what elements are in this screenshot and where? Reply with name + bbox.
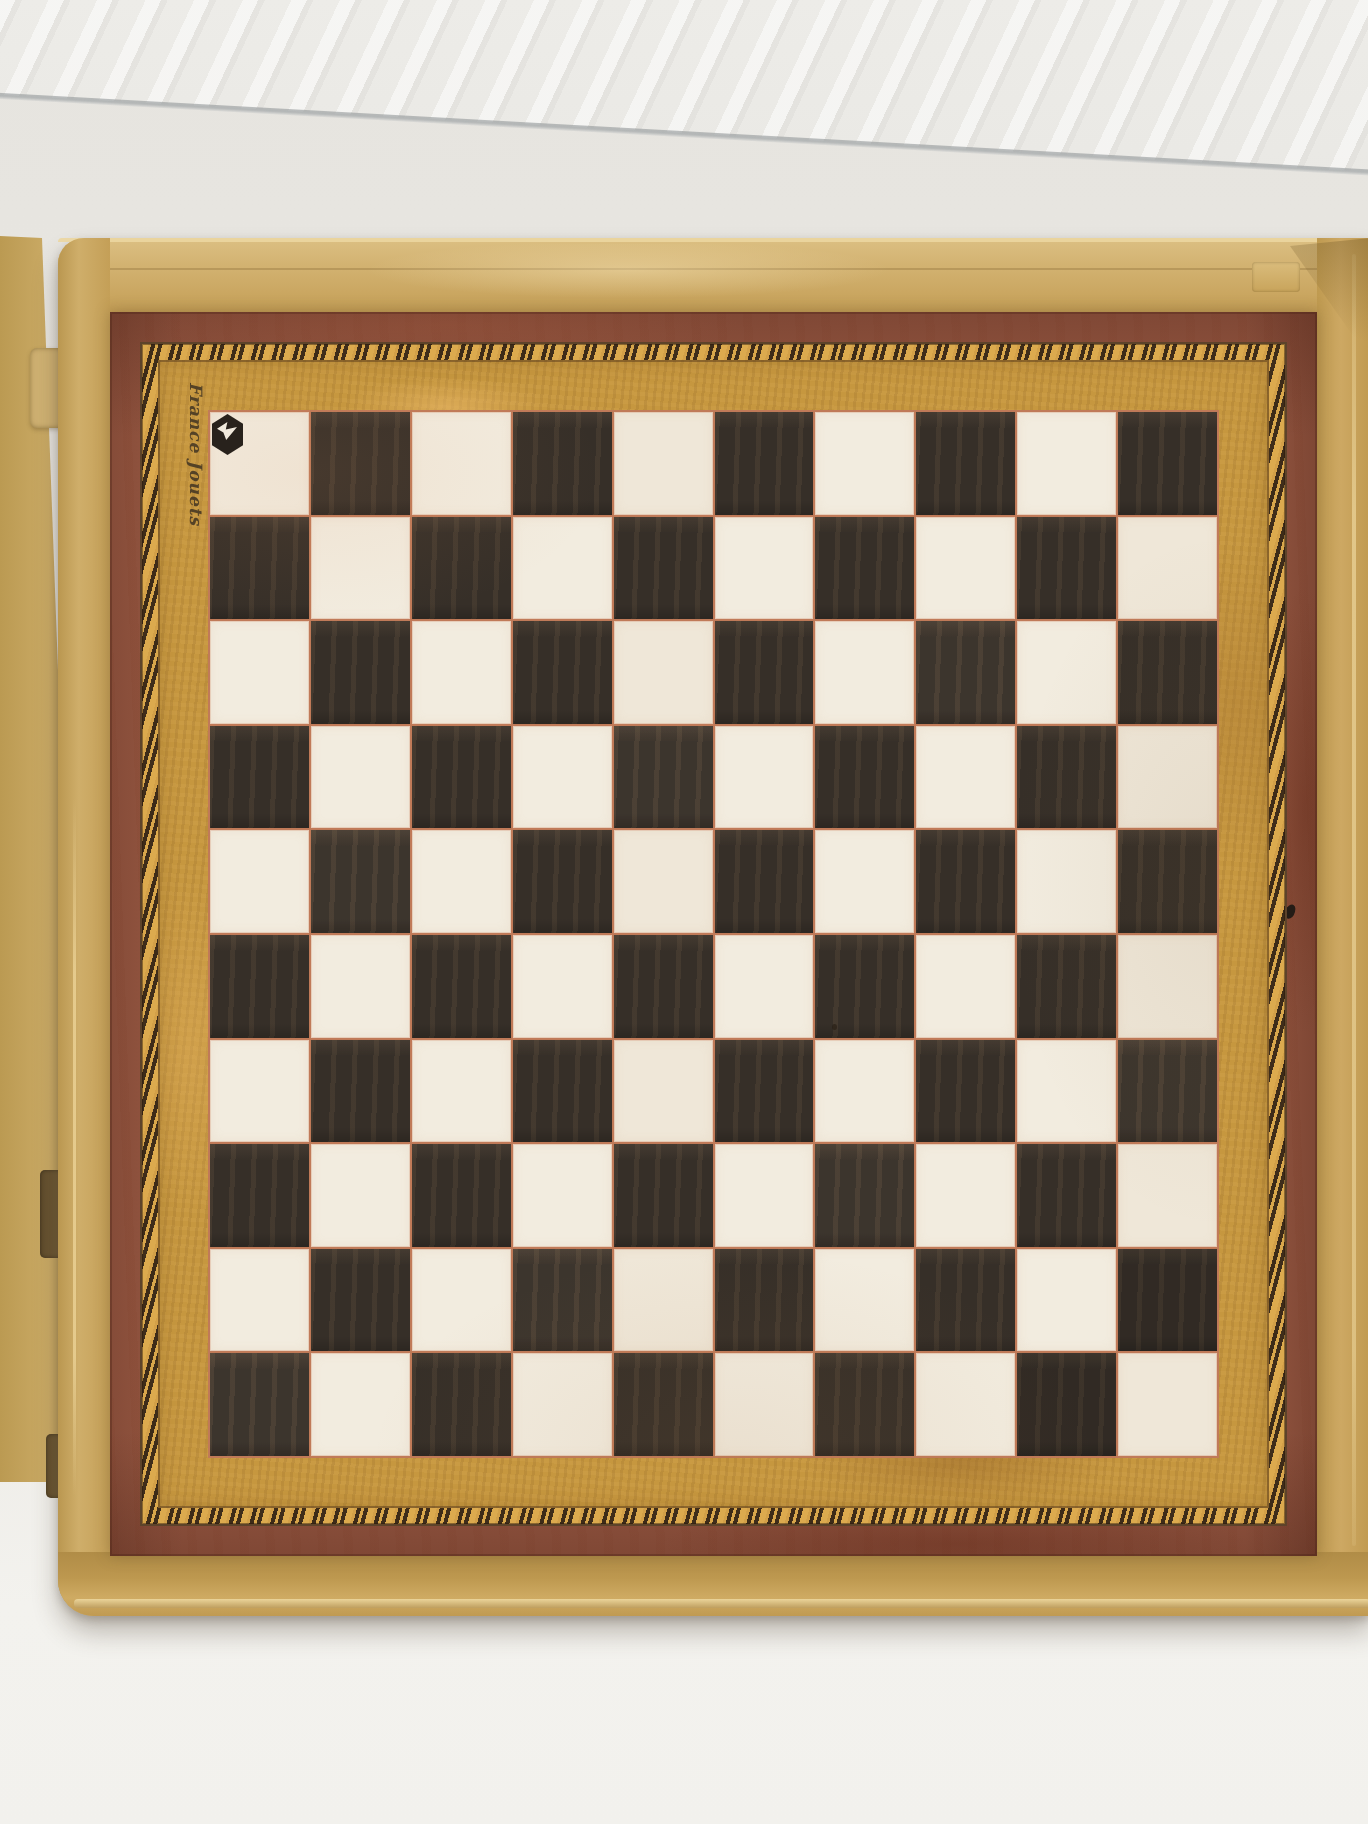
square-r7c1[interactable]	[210, 1040, 309, 1143]
square-r1c7[interactable]	[815, 412, 914, 515]
square-r3c3[interactable]	[412, 621, 511, 724]
square-r2c8[interactable]	[916, 517, 1015, 620]
square-r2c6[interactable]	[715, 517, 814, 620]
square-r10c9[interactable]	[1017, 1353, 1116, 1456]
square-r3c2[interactable]	[311, 621, 410, 724]
square-r3c7[interactable]	[815, 621, 914, 724]
square-r9c7[interactable]	[815, 1249, 914, 1352]
square-r5c9[interactable]	[1017, 830, 1116, 933]
square-r8c5[interactable]	[614, 1144, 713, 1247]
square-r4c5[interactable]	[614, 726, 713, 829]
square-r10c2[interactable]	[311, 1353, 410, 1456]
square-r1c2[interactable]	[311, 412, 410, 515]
square-r4c9[interactable]	[1017, 726, 1116, 829]
square-r7c9[interactable]	[1017, 1040, 1116, 1143]
square-r6c1[interactable]	[210, 935, 309, 1038]
square-r9c10[interactable]	[1118, 1249, 1217, 1352]
square-r5c2[interactable]	[311, 830, 410, 933]
board-grid	[208, 410, 1219, 1458]
square-r3c9[interactable]	[1017, 621, 1116, 724]
square-r9c2[interactable]	[311, 1249, 410, 1352]
square-r5c1[interactable]	[210, 830, 309, 933]
square-r3c8[interactable]	[916, 621, 1015, 724]
square-r7c3[interactable]	[412, 1040, 511, 1143]
case-right-ridge	[1352, 254, 1356, 1546]
square-r7c8[interactable]	[916, 1040, 1015, 1143]
square-r8c10[interactable]	[1118, 1144, 1217, 1247]
square-r6c2[interactable]	[311, 935, 410, 1038]
square-r7c6[interactable]	[715, 1040, 814, 1143]
case-top-edge-highlight	[58, 238, 1368, 242]
case-top-sheen	[278, 244, 978, 308]
square-r5c4[interactable]	[513, 830, 612, 933]
square-r5c10[interactable]	[1118, 830, 1217, 933]
square-r2c4[interactable]	[513, 517, 612, 620]
square-r1c10[interactable]	[1118, 412, 1217, 515]
square-r4c2[interactable]	[311, 726, 410, 829]
square-r10c7[interactable]	[815, 1353, 914, 1456]
case-left-face	[58, 238, 110, 1616]
square-r6c8[interactable]	[916, 935, 1015, 1038]
square-r9c3[interactable]	[412, 1249, 511, 1352]
case-left-ridge	[73, 798, 76, 1496]
square-r6c6[interactable]	[715, 935, 814, 1038]
square-r1c6[interactable]	[715, 412, 814, 515]
game-case: France Jouets	[58, 238, 1368, 1616]
square-r10c4[interactable]	[513, 1353, 612, 1456]
square-r10c10[interactable]	[1118, 1353, 1217, 1456]
square-r3c4[interactable]	[513, 621, 612, 724]
latch-tab	[1252, 262, 1300, 292]
square-r10c8[interactable]	[916, 1353, 1015, 1456]
square-r8c6[interactable]	[715, 1144, 814, 1247]
square-r2c1[interactable]	[210, 517, 309, 620]
square-r7c4[interactable]	[513, 1040, 612, 1143]
case-bottom-edge-highlight	[74, 1599, 1368, 1608]
square-r8c1[interactable]	[210, 1144, 309, 1247]
square-r2c3[interactable]	[412, 517, 511, 620]
square-r10c6[interactable]	[715, 1353, 814, 1456]
square-r9c9[interactable]	[1017, 1249, 1116, 1352]
square-r7c5[interactable]	[614, 1040, 713, 1143]
square-r1c4[interactable]	[513, 412, 612, 515]
square-r10c5[interactable]	[614, 1353, 713, 1456]
square-r3c10[interactable]	[1118, 621, 1217, 724]
square-r7c10[interactable]	[1118, 1040, 1217, 1143]
square-r8c3[interactable]	[412, 1144, 511, 1247]
square-r9c8[interactable]	[916, 1249, 1015, 1352]
square-r9c6[interactable]	[715, 1249, 814, 1352]
square-r6c9[interactable]	[1017, 935, 1116, 1038]
square-r5c6[interactable]	[715, 830, 814, 933]
square-r3c1[interactable]	[210, 621, 309, 724]
square-r8c8[interactable]	[916, 1144, 1015, 1247]
square-r1c8[interactable]	[916, 412, 1015, 515]
square-r10c3[interactable]	[412, 1353, 511, 1456]
square-r5c5[interactable]	[614, 830, 713, 933]
square-r7c7[interactable]	[815, 1040, 914, 1143]
square-r4c3[interactable]	[412, 726, 511, 829]
square-r8c4[interactable]	[513, 1144, 612, 1247]
square-r1c3[interactable]	[412, 412, 511, 515]
square-r4c7[interactable]	[815, 726, 914, 829]
square-r9c1[interactable]	[210, 1249, 309, 1352]
square-r10c1[interactable]	[210, 1353, 309, 1456]
square-r8c2[interactable]	[311, 1144, 410, 1247]
square-r7c2[interactable]	[311, 1040, 410, 1143]
square-r5c7[interactable]	[815, 830, 914, 933]
square-r5c8[interactable]	[916, 830, 1015, 933]
square-r4c6[interactable]	[715, 726, 814, 829]
brand-label: France Jouets	[186, 382, 206, 526]
square-r4c10[interactable]	[1118, 726, 1217, 829]
square-r4c8[interactable]	[916, 726, 1015, 829]
square-r2c10[interactable]	[1118, 517, 1217, 620]
case-right-face	[1317, 238, 1368, 1576]
square-r2c2[interactable]	[311, 517, 410, 620]
square-r1c5[interactable]	[614, 412, 713, 515]
square-r6c5[interactable]	[614, 935, 713, 1038]
square-r6c3[interactable]	[412, 935, 511, 1038]
square-r2c7[interactable]	[815, 517, 914, 620]
square-r8c9[interactable]	[1017, 1144, 1116, 1247]
square-r1c9[interactable]	[1017, 412, 1116, 515]
square-r3c5[interactable]	[614, 621, 713, 724]
square-r5c3[interactable]	[412, 830, 511, 933]
square-r6c7[interactable]	[815, 935, 914, 1038]
photo-canvas: France Jouets	[0, 0, 1368, 1824]
square-r8c7[interactable]	[815, 1144, 914, 1247]
square-r2c5[interactable]	[614, 517, 713, 620]
draughts-board: France Jouets	[110, 312, 1317, 1556]
square-r6c4[interactable]	[513, 935, 612, 1038]
square-r2c9[interactable]	[1017, 517, 1116, 620]
square-r4c1[interactable]	[210, 726, 309, 829]
board-speck	[832, 1024, 837, 1030]
square-r9c4[interactable]	[513, 1249, 612, 1352]
square-r4c4[interactable]	[513, 726, 612, 829]
square-r3c6[interactable]	[715, 621, 814, 724]
square-r6c10[interactable]	[1118, 935, 1217, 1038]
square-r9c5[interactable]	[614, 1249, 713, 1352]
